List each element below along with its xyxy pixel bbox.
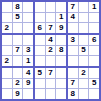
cell-r4c8[interactable] [79,35,89,45]
cell-r1c9[interactable]: 1 [89,2,99,12]
cell-r5c5[interactable]: 2 [46,46,56,56]
cell-r7c7[interactable] [68,68,78,78]
cell-r6c2[interactable] [13,56,23,66]
cell-r1c6[interactable] [56,2,66,12]
sudoku-board: 852167971473214283654299572758 [0,0,101,101]
cell-r1c7[interactable]: 7 [68,2,78,12]
cell-r7c5[interactable]: 7 [46,68,56,78]
cell-r3c4[interactable]: 6 [35,23,45,33]
cell-r8c3[interactable]: 9 [23,79,33,89]
cell-r7c4[interactable]: 5 [35,68,45,78]
cell-r6c1[interactable]: 2 [2,56,12,66]
box-r0c0: 852 [2,2,33,33]
cell-r2c2[interactable]: 5 [13,13,23,23]
cell-r7c1[interactable] [2,68,12,78]
cell-r1c4[interactable] [35,2,45,12]
cell-r4c4[interactable] [35,35,45,45]
cell-r1c8[interactable] [79,2,89,12]
cell-r6c8[interactable] [79,56,89,66]
cell-r7c6[interactable] [56,68,66,78]
cell-r1c2[interactable]: 8 [13,2,23,12]
cell-r2c9[interactable] [89,13,99,23]
cell-r2c1[interactable] [2,13,12,23]
box-r0c1: 1679 [35,2,66,33]
box-r1c2: 365 [68,35,99,66]
cell-r6c7[interactable] [68,56,78,66]
cell-r3c2[interactable] [13,23,23,33]
cell-r8c9[interactable]: 5 [89,79,99,89]
cell-r9c5[interactable] [46,89,56,99]
cell-r4c5[interactable]: 4 [46,35,56,45]
cell-r2c5[interactable] [46,13,56,23]
cell-r3c7[interactable] [68,23,78,33]
cell-r9c4[interactable] [35,89,45,99]
cell-r3c6[interactable]: 9 [56,23,66,33]
cell-r5c1[interactable] [2,46,12,56]
box-r0c2: 714 [68,2,99,33]
cell-r2c4[interactable] [35,13,45,23]
cell-r3c8[interactable] [79,23,89,33]
cell-r5c7[interactable] [68,46,78,56]
cell-r5c9[interactable] [89,46,99,56]
box-r1c0: 7321 [2,35,33,66]
cell-r8c8[interactable] [79,79,89,89]
cell-r4c3[interactable] [23,35,33,45]
cell-r6c9[interactable] [89,56,99,66]
cell-r6c3[interactable]: 1 [23,56,33,66]
box-r1c1: 428 [35,35,66,66]
cell-r4c2[interactable] [13,35,23,45]
cell-r7c8[interactable]: 2 [79,68,89,78]
cell-r2c8[interactable] [79,13,89,23]
cell-r3c1[interactable]: 2 [2,23,12,33]
cell-r8c4[interactable] [35,79,45,89]
cell-r8c6[interactable] [56,79,66,89]
cell-r6c4[interactable] [35,56,45,66]
cell-r5c3[interactable]: 3 [23,46,33,56]
cell-r6c6[interactable] [56,56,66,66]
cell-r5c6[interactable]: 8 [56,46,66,56]
cell-r5c2[interactable]: 7 [13,46,23,56]
cell-r3c5[interactable]: 7 [46,23,56,33]
cell-r7c3[interactable]: 4 [23,68,33,78]
cell-r6c5[interactable] [46,56,56,66]
cell-r1c1[interactable] [2,2,12,12]
cell-r2c3[interactable] [23,13,33,23]
cell-r3c9[interactable] [89,23,99,33]
cell-r2c6[interactable]: 1 [56,13,66,23]
box-r2c1: 57 [35,68,66,99]
cell-r9c2[interactable]: 9 [13,89,23,99]
cell-r9c1[interactable] [2,89,12,99]
cell-r5c8[interactable]: 5 [79,46,89,56]
cell-r2c7[interactable]: 4 [68,13,78,23]
cell-r3c3[interactable] [23,23,33,33]
cell-r9c3[interactable] [23,89,33,99]
cell-r5c4[interactable] [35,46,45,56]
cell-r9c8[interactable] [79,89,89,99]
cell-r1c3[interactable] [23,2,33,12]
box-r2c0: 4299 [2,68,33,99]
cell-r4c1[interactable] [2,35,12,45]
cell-r7c2[interactable] [13,68,23,78]
cell-r8c2[interactable]: 2 [13,79,23,89]
cell-r4c9[interactable]: 6 [89,35,99,45]
cell-r8c5[interactable] [46,79,56,89]
cell-r8c7[interactable]: 7 [68,79,78,89]
cell-r8c1[interactable] [2,79,12,89]
cell-r4c6[interactable] [56,35,66,45]
cell-r9c6[interactable] [56,89,66,99]
cell-r9c9[interactable] [89,89,99,99]
cell-r9c7[interactable]: 8 [68,89,78,99]
cell-r1c5[interactable] [46,2,56,12]
cell-r7c9[interactable] [89,68,99,78]
cell-r4c7[interactable]: 3 [68,35,78,45]
box-r2c2: 2758 [68,68,99,99]
